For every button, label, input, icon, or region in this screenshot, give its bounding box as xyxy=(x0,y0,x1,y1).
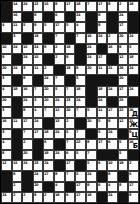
code-number: 25 xyxy=(119,97,123,102)
letter-cell-r4c5[interactable]: 2 xyxy=(54,44,65,55)
letter-cell-r1c9[interactable]: 8 xyxy=(97,12,108,23)
letter-cell-r18c0[interactable]: 24 xyxy=(1,192,12,203)
letter-cell-r2c3[interactable]: 8 xyxy=(33,22,44,33)
letter-cell-r14c7[interactable]: 5 xyxy=(75,150,86,161)
letter-cell-r9c4[interactable]: 20 xyxy=(43,97,54,108)
code-number: 18 xyxy=(66,65,70,70)
letter-cell-r18c1[interactable]: 2 xyxy=(12,192,23,203)
letter-cell-r12c2[interactable]: 7 xyxy=(22,129,33,140)
letter-cell-r0c7[interactable]: 18 xyxy=(75,1,86,12)
code-number: 4 xyxy=(34,107,36,112)
letter-cell-r9c9[interactable]: 24 xyxy=(97,97,108,108)
letter-cell-r4c1[interactable]: 24 xyxy=(12,44,23,55)
code-number: 24 xyxy=(76,12,80,17)
code-number: 23 xyxy=(66,97,70,102)
letter-cell-r3c8[interactable]: 16 xyxy=(86,33,97,44)
letter-cell-r10c10[interactable]: 17 xyxy=(107,107,118,118)
letter-cell-r0c6[interactable]: 17 xyxy=(65,1,76,12)
letter-cell-r13c9[interactable]: 17 xyxy=(97,139,108,150)
letter-cell-r10c6[interactable]: 20 xyxy=(65,107,76,118)
code-number: 24 xyxy=(129,86,133,91)
block-cell-r3c0 xyxy=(1,33,12,44)
code-number: 24 xyxy=(44,160,48,165)
letter-cell-r14c8[interactable]: 7 xyxy=(86,150,97,161)
letter-cell-r17c7[interactable]: 17 xyxy=(75,182,86,193)
code-number: 12 xyxy=(2,160,6,165)
block-cell-r18c9 xyxy=(97,192,108,203)
code-number: 5 xyxy=(87,107,89,112)
letter-cell-r10c8[interactable]: 5 xyxy=(86,107,97,118)
letter-cell-r3c9[interactable]: 24 xyxy=(97,33,108,44)
letter-cell-r11c5[interactable]: 13 xyxy=(54,118,65,129)
code-number: 23 xyxy=(34,160,38,165)
letter-cell-r18c5[interactable]: 18 xyxy=(54,192,65,203)
letter-cell-r3c11[interactable]: 20 xyxy=(118,33,129,44)
block-cell-r14c12 xyxy=(128,150,139,161)
letter-cell-r4c12[interactable]: 5 xyxy=(128,44,139,55)
letter-cell-r0c5[interactable]: 8 xyxy=(54,1,65,12)
letter-cell-r17c3[interactable]: 20 xyxy=(33,182,44,193)
letter-cell-r8c12[interactable]: 24 xyxy=(128,86,139,97)
block-cell-r2c8 xyxy=(86,22,97,33)
letter-cell-r6c6[interactable]: 18 xyxy=(65,65,76,76)
letter-cell-r15c8[interactable]: 5 xyxy=(86,160,97,171)
letter-cell-r18c2[interactable]: 2 xyxy=(22,192,33,203)
block-cell-r11c4 xyxy=(43,118,54,129)
code-number: 7 xyxy=(87,1,89,6)
letter-cell-r13c8[interactable]: 8 xyxy=(86,139,97,150)
letter-cell-r5c6[interactable]: 8 xyxy=(65,54,76,65)
letter-cell-r11c11[interactable]: 12 xyxy=(118,118,129,129)
block-cell-r17c2 xyxy=(22,182,33,193)
letter-cell-r4c0[interactable]: 10 xyxy=(1,44,12,55)
letter-cell-r18c4[interactable]: 2 xyxy=(43,192,54,203)
letter-cell-r13c10[interactable]: 6 xyxy=(107,139,118,150)
letter-cell-r5c3[interactable]: 15 xyxy=(33,54,44,65)
letter-cell-r11c12[interactable]: 21Ж xyxy=(128,118,139,129)
code-number: 24 xyxy=(23,97,27,102)
letter-cell-r13c6[interactable]: 7 xyxy=(65,139,76,150)
letter-cell-r10c5[interactable]: 12 xyxy=(54,107,65,118)
code-number: 6 xyxy=(55,12,57,17)
letter-cell-r12c3[interactable]: 17 xyxy=(33,129,44,140)
code-number: 4 xyxy=(2,86,4,91)
letter-cell-r0c4[interactable]: 15 xyxy=(43,1,54,12)
code-number: 5 xyxy=(119,150,121,155)
letter-cell-r8c2[interactable]: 16 xyxy=(22,86,33,97)
letter-cell-r1c5[interactable]: 6 xyxy=(54,12,65,23)
letter-cell-r4c6[interactable]: 18 xyxy=(65,44,76,55)
letter-cell-r11c3[interactable]: 24 xyxy=(33,118,44,129)
letter-cell-r4c8[interactable]: 24 xyxy=(86,44,97,55)
letter-cell-r6c8[interactable]: 20 xyxy=(86,65,97,76)
code-number: 2 xyxy=(108,33,110,38)
letter-cell-r14c0[interactable]: 8 xyxy=(1,150,12,161)
letter-cell-r1c1[interactable]: 16 xyxy=(12,12,23,23)
code-number: 8 xyxy=(108,171,110,176)
block-cell-r9c12 xyxy=(128,97,139,108)
letter-cell-r17c11[interactable]: 8 xyxy=(118,182,129,193)
code-number: 2 xyxy=(13,192,15,197)
letter-cell-r0c10[interactable]: 8 xyxy=(107,1,118,12)
letter-cell-r17c5[interactable]: 4 xyxy=(54,182,65,193)
letter-cell-r10c7[interactable]: 7 xyxy=(75,107,86,118)
code-number: 24 xyxy=(34,171,38,176)
code-number: 20 xyxy=(87,65,91,70)
letter-cell-r5c9[interactable]: 17 xyxy=(97,54,108,65)
letter-cell-r6c1[interactable]: 24 xyxy=(12,65,23,76)
letter-cell-r3c5[interactable]: 7 xyxy=(54,33,65,44)
letter-cell-r15c11[interactable]: 19 xyxy=(118,160,129,171)
code-number: 24 xyxy=(55,97,59,102)
letter-cell-r15c6[interactable]: 17 xyxy=(65,160,76,171)
code-number: 2 xyxy=(119,1,121,6)
code-number: 11 xyxy=(13,118,17,123)
letter-cell-r9c5[interactable]: 24 xyxy=(54,97,65,108)
letter-cell-r13c7[interactable]: 22 xyxy=(75,139,86,150)
code-number: 8 xyxy=(34,22,36,27)
code-number: 8 xyxy=(98,12,100,17)
code-number: 6 xyxy=(108,139,110,144)
letter-cell-r15c2[interactable]: 24 xyxy=(22,160,33,171)
block-cell-r5c4 xyxy=(43,54,54,65)
letter-cell-r18c8[interactable]: 18 xyxy=(86,192,97,203)
letter-cell-r2c0[interactable]: 4 xyxy=(1,22,12,33)
block-cell-r5c10 xyxy=(107,54,118,65)
code-number: 2 xyxy=(55,54,57,59)
letter-cell-r13c12[interactable]: 16Б xyxy=(128,139,139,150)
letter-cell-r11c10[interactable]: 8 xyxy=(107,118,118,129)
letter-cell-r5c11[interactable]: 12 xyxy=(118,54,129,65)
code-number: 18 xyxy=(98,86,102,91)
letter-cell-r8c1[interactable]: 18 xyxy=(12,86,23,97)
letter-cell-r9c2[interactable]: 24 xyxy=(22,97,33,108)
letter-cell-r16c1[interactable]: 8 xyxy=(12,171,23,182)
letter-cell-r14c5[interactable]: 24 xyxy=(54,150,65,161)
code-number: 4 xyxy=(108,182,110,187)
letter-cell-r0c12[interactable]: 18 xyxy=(128,1,139,12)
code-number: 12 xyxy=(119,118,123,123)
letter-cell-r1c7[interactable]: 24 xyxy=(75,12,86,23)
block-cell-r1c12 xyxy=(128,12,139,23)
letter-cell-r16c10[interactable]: 8 xyxy=(107,171,118,182)
code-number: 13 xyxy=(55,118,59,123)
code-number: 6 xyxy=(44,139,46,144)
letter-cell-r11c1[interactable]: 11 xyxy=(12,118,23,129)
code-number: 14 xyxy=(13,1,17,6)
letter-cell-r3c1[interactable]: 3 xyxy=(12,33,23,44)
letter-cell-r2c2[interactable]: 5 xyxy=(22,22,33,33)
code-number: 8 xyxy=(23,75,25,80)
code-number: 18 xyxy=(13,86,17,91)
letter-cell-r12c9[interactable]: 5 xyxy=(97,129,108,140)
code-number: 8 xyxy=(129,192,131,197)
letter-cell-r5c12[interactable]: 18 xyxy=(128,54,139,65)
letter-cell-r12c12[interactable]: 9Ц xyxy=(128,129,139,140)
code-number: 24 xyxy=(34,118,38,123)
letter-cell-r0c3[interactable]: 22 xyxy=(33,1,44,12)
letter-cell-r2c4[interactable]: 5 xyxy=(43,22,54,33)
code-number: 6 xyxy=(98,160,100,165)
block-cell-r13c3 xyxy=(33,139,44,150)
letter-cell-r5c5[interactable]: 2 xyxy=(54,54,65,65)
code-number: 8 xyxy=(108,1,110,6)
letter-cell-r17c1[interactable]: 2 xyxy=(12,182,23,193)
block-cell-r7c6 xyxy=(65,75,76,86)
letter-cell-r10c12[interactable]: 26Д xyxy=(128,107,139,118)
block-cell-r15c7 xyxy=(75,160,86,171)
block-cell-r10c1 xyxy=(12,107,23,118)
letter-cell-r16c6[interactable]: 7 xyxy=(65,171,76,182)
code-number: 7 xyxy=(76,33,78,38)
letter-cell-r15c10[interactable]: 10 xyxy=(107,160,118,171)
code-number: 22 xyxy=(34,1,38,6)
letter-cell-r2c7[interactable]: 4 xyxy=(75,22,86,33)
letter-cell-r8c9[interactable]: 18 xyxy=(97,86,108,97)
letter-cell-r18c6[interactable]: 6 xyxy=(65,192,76,203)
block-cell-r13c1 xyxy=(12,139,23,150)
letter-cell-r8c11[interactable]: 17 xyxy=(118,86,129,97)
code-number: 2 xyxy=(23,139,25,144)
letter-cell-r2c11[interactable]: 17 xyxy=(118,22,129,33)
letter-cell-r8c7[interactable]: 18 xyxy=(75,86,86,97)
letter-cell-r0c2[interactable]: 24 xyxy=(22,1,33,12)
letter-cell-r3c12[interactable]: 24 xyxy=(128,33,139,44)
given-letter: Д xyxy=(132,110,138,118)
letter-cell-r0c9[interactable]: 17 xyxy=(97,1,108,12)
letter-cell-r11c6[interactable]: 2 xyxy=(65,118,76,129)
letter-cell-r6c9[interactable]: 11 xyxy=(97,65,108,76)
letter-cell-r7c7[interactable]: 5 xyxy=(75,75,86,86)
letter-cell-r16c12[interactable]: 6 xyxy=(128,171,139,182)
letter-cell-r9c3[interactable]: 3 xyxy=(33,97,44,108)
code-number: 22 xyxy=(119,107,123,112)
code-number: 8 xyxy=(87,182,89,187)
letter-cell-r10c0[interactable]: 3 xyxy=(1,107,12,118)
code-number: 24 xyxy=(23,54,27,59)
block-cell-r4c7 xyxy=(75,44,86,55)
letter-cell-r0c8[interactable]: 7 xyxy=(86,1,97,12)
code-number: 5 xyxy=(129,44,131,49)
code-number: 4 xyxy=(55,182,57,187)
letter-cell-r17c9[interactable]: 6 xyxy=(97,182,108,193)
code-number: 19 xyxy=(119,160,123,165)
letter-cell-r9c11[interactable]: 25 xyxy=(118,97,129,108)
code-number: 8 xyxy=(34,12,36,17)
code-number: 12 xyxy=(119,54,123,59)
letter-cell-r5c8[interactable]: 24 xyxy=(86,54,97,65)
letter-cell-r15c3[interactable]: 23 xyxy=(33,160,44,171)
letter-cell-r6c2[interactable]: 3 xyxy=(22,65,33,76)
letter-cell-r6c12[interactable]: 24 xyxy=(128,65,139,76)
letter-cell-r11c8[interactable]: 20 xyxy=(86,118,97,129)
letter-cell-r16c3[interactable]: 24 xyxy=(33,171,44,182)
letter-cell-r4c11[interactable]: 8 xyxy=(118,44,129,55)
code-number: 3 xyxy=(2,75,4,80)
code-number: 5 xyxy=(44,22,46,27)
letter-cell-r8c6[interactable]: 7 xyxy=(65,86,76,97)
code-number: 5 xyxy=(98,118,100,123)
block-cell-r13c5 xyxy=(54,139,65,150)
code-number: 26 xyxy=(119,65,123,70)
letter-cell-r15c0[interactable]: 12 xyxy=(1,160,12,171)
letter-cell-r15c9[interactable]: 6 xyxy=(97,160,108,171)
letter-cell-r12c6[interactable]: 5 xyxy=(65,129,76,140)
code-number: 6 xyxy=(66,150,68,155)
block-cell-r14c10 xyxy=(107,150,118,161)
block-cell-r16c11 xyxy=(118,171,129,182)
letter-cell-r3c10[interactable]: 2 xyxy=(107,33,118,44)
letter-cell-r14c4[interactable]: 18 xyxy=(43,150,54,161)
code-number: 17 xyxy=(108,107,112,112)
letter-cell-r7c11[interactable]: 20 xyxy=(118,75,129,86)
letter-cell-r3c7[interactable]: 7 xyxy=(75,33,86,44)
letter-cell-r0c1[interactable]: 14 xyxy=(12,1,23,12)
code-number: 3 xyxy=(34,97,36,102)
letter-cell-r13c2[interactable]: 2 xyxy=(22,139,33,150)
code-number: 24 xyxy=(55,150,59,155)
letter-cell-r6c3[interactable]: 11 xyxy=(33,65,44,76)
block-cell-r6c5 xyxy=(54,65,65,76)
code-number: 8 xyxy=(119,44,121,49)
letter-cell-r7c4[interactable]: 24 xyxy=(43,75,54,86)
code-number: 8 xyxy=(108,118,110,123)
letter-cell-r8c4[interactable]: 20 xyxy=(43,86,54,97)
block-cell-r12c1 xyxy=(12,129,23,140)
code-number: 8 xyxy=(23,107,25,112)
code-number: 24 xyxy=(108,86,112,91)
letter-cell-r13c4[interactable]: 6 xyxy=(43,139,54,150)
block-cell-r12c8 xyxy=(86,129,97,140)
code-number: 17 xyxy=(76,192,80,197)
letter-cell-r18c7[interactable]: 17 xyxy=(75,192,86,203)
code-number: 7 xyxy=(66,171,68,176)
letter-cell-r15c12[interactable]: 2 xyxy=(128,160,139,171)
code-number: 7 xyxy=(44,107,46,112)
letter-cell-r2c1[interactable]: 11 xyxy=(12,22,23,33)
code-number: 18 xyxy=(129,54,133,59)
code-number: 17 xyxy=(44,171,48,176)
letter-cell-r6c0[interactable]: 20 xyxy=(1,65,12,76)
block-cell-r1c10 xyxy=(107,12,118,23)
letter-cell-r13c11[interactable]: 5 xyxy=(118,139,129,150)
code-number: 16 xyxy=(2,118,6,123)
code-number: 6 xyxy=(129,171,131,176)
letter-cell-r16c7[interactable]: 5 xyxy=(75,171,86,182)
letter-cell-r9c6[interactable]: 23 xyxy=(65,97,76,108)
letter-cell-r12c0[interactable]: 3 xyxy=(1,129,12,140)
letter-cell-r6c11[interactable]: 26 xyxy=(118,65,129,76)
letter-cell-r4c10[interactable]: 16 xyxy=(107,44,118,55)
code-number: 24 xyxy=(55,129,59,134)
code-number: 5 xyxy=(87,160,89,165)
letter-cell-r1c11[interactable]: 24 xyxy=(118,12,129,23)
letter-cell-r1c3[interactable]: 8 xyxy=(33,12,44,23)
block-cell-r9c10 xyxy=(107,97,118,108)
letter-cell-r9c0[interactable]: 20 xyxy=(1,97,12,108)
letter-cell-r5c0[interactable]: 8 xyxy=(1,54,12,65)
letter-cell-r16c4[interactable]: 17 xyxy=(43,171,54,182)
letter-cell-r12c5[interactable]: 24 xyxy=(54,129,65,140)
letter-cell-r7c2[interactable]: 8 xyxy=(22,75,33,86)
letter-cell-r0c11[interactable]: 2 xyxy=(118,1,129,12)
letter-cell-r10c11[interactable]: 22 xyxy=(118,107,129,118)
letter-cell-r8c3[interactable]: 7 xyxy=(33,86,44,97)
letter-cell-r11c9[interactable]: 5 xyxy=(97,118,108,129)
letter-cell-r8c0[interactable]: 4 xyxy=(1,86,12,97)
letter-cell-r5c2[interactable]: 24 xyxy=(22,54,33,65)
letter-cell-r6c4[interactable]: 2 xyxy=(43,65,54,76)
letter-cell-r15c1[interactable]: 15 xyxy=(12,160,23,171)
code-number: 24 xyxy=(108,129,112,134)
letter-cell-r10c2[interactable]: 8 xyxy=(22,107,33,118)
letter-cell-r16c8[interactable]: 24 xyxy=(86,171,97,182)
letter-cell-r2c6[interactable]: 5 xyxy=(65,22,76,33)
block-cell-r3c6 xyxy=(65,33,76,44)
letter-cell-r9c7[interactable]: 24 xyxy=(75,97,86,108)
code-number: 7 xyxy=(55,75,57,80)
block-cell-r15c5 xyxy=(54,160,65,171)
letter-cell-r10c3[interactable]: 4 xyxy=(33,107,44,118)
block-cell-r7c8 xyxy=(86,75,97,86)
letter-cell-r16c5[interactable]: 8 xyxy=(54,171,65,182)
letter-cell-r6c7[interactable]: 8 xyxy=(75,65,86,76)
letter-cell-r8c10[interactable]: 24 xyxy=(107,86,118,97)
letter-cell-r18c10[interactable]: 24 xyxy=(107,192,118,203)
letter-cell-r4c4[interactable]: 8 xyxy=(43,44,54,55)
letter-cell-r11c0[interactable]: 16 xyxy=(1,118,12,129)
block-cell-r5c1 xyxy=(12,54,23,65)
letter-cell-r18c12[interactable]: 8 xyxy=(128,192,139,203)
letter-cell-r3c3[interactable]: 18 xyxy=(33,33,44,44)
code-number: 7 xyxy=(34,86,36,91)
letter-cell-r10c4[interactable]: 7 xyxy=(43,107,54,118)
letter-cell-r17c8[interactable]: 8 xyxy=(86,182,97,193)
letter-cell-r18c3[interactable]: 8 xyxy=(33,192,44,203)
letter-cell-r14c11[interactable]: 5 xyxy=(118,150,129,161)
letter-cell-r14c6[interactable]: 6 xyxy=(65,150,76,161)
letter-cell-r8c5[interactable]: 5 xyxy=(54,86,65,97)
code-number: 20 xyxy=(44,86,48,91)
letter-cell-r4c2[interactable]: 15 xyxy=(22,44,33,55)
letter-cell-r2c5[interactable]: 17 xyxy=(54,22,65,33)
code-number: 18 xyxy=(34,33,38,38)
code-number: 18 xyxy=(55,192,59,197)
code-number: 5 xyxy=(119,139,121,144)
letter-cell-r14c2[interactable]: 20 xyxy=(22,150,33,161)
code-number: 4 xyxy=(76,22,78,27)
letter-cell-r6c10[interactable]: 21 xyxy=(107,65,118,76)
block-cell-r16c0 xyxy=(1,171,12,182)
letter-cell-r13c0[interactable]: 4 xyxy=(1,139,12,150)
letter-cell-r4c3[interactable]: 24 xyxy=(33,44,44,55)
letter-cell-r11c2[interactable]: 17 xyxy=(22,118,33,129)
code-number: 18 xyxy=(66,44,70,49)
letter-cell-r10c9[interactable]: 11 xyxy=(97,107,108,118)
code-number: 2 xyxy=(66,118,68,123)
letter-cell-r12c7[interactable]: 7 xyxy=(75,129,86,140)
letter-cell-r7c0[interactable]: 3 xyxy=(1,75,12,86)
letter-cell-r17c10[interactable]: 4 xyxy=(107,182,118,193)
letter-cell-r15c4[interactable]: 24 xyxy=(43,160,54,171)
code-number: 24 xyxy=(34,44,38,49)
letter-cell-r12c10[interactable]: 24 xyxy=(107,129,118,140)
letter-cell-r12c4[interactable]: 18 xyxy=(43,129,54,140)
letter-cell-r17c12[interactable]: 17 xyxy=(128,182,139,193)
letter-cell-r7c5[interactable]: 7 xyxy=(54,75,65,86)
letter-cell-r2c9[interactable]: 8 xyxy=(97,22,108,33)
code-number: 24 xyxy=(119,12,123,17)
